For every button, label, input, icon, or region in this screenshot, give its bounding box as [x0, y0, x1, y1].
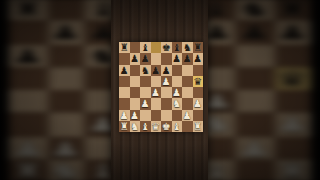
square-a1: ♜	[9, 159, 47, 180]
piece-black-pawn: ♟	[276, 21, 308, 44]
square-a6[interactable]: ♟	[119, 65, 130, 76]
piece-black-rook[interactable]: ♜	[120, 42, 129, 53]
piece-white-bishop[interactable]: ♝	[141, 121, 150, 132]
piece-black-queen[interactable]: ♛	[193, 76, 202, 87]
square-b8[interactable]	[130, 42, 141, 53]
square-c7[interactable]: ♟	[140, 53, 151, 64]
square-e1[interactable]: ♚	[161, 121, 172, 132]
square-g2[interactable]: ♟	[182, 110, 193, 121]
square-d5[interactable]	[151, 76, 162, 87]
piece-black-pawn: ♟	[49, 21, 81, 44]
square-b4	[47, 90, 85, 113]
square-a2[interactable]: ♟	[119, 110, 130, 121]
square-g6[interactable]	[182, 65, 193, 76]
square-g8[interactable]: ♞	[182, 42, 193, 53]
piece-white-rook[interactable]: ♜	[120, 121, 129, 132]
square-f6[interactable]	[172, 65, 183, 76]
square-d4[interactable]: ♟	[151, 87, 162, 98]
piece-white-pawn[interactable]: ♟	[151, 87, 160, 98]
square-a7[interactable]	[119, 53, 130, 64]
square-g7[interactable]: ♟	[182, 53, 193, 64]
piece-black-knight[interactable]: ♞	[141, 65, 150, 76]
square-h5[interactable]: ♛	[193, 76, 204, 87]
square-g7: ♟	[236, 21, 274, 44]
square-a6: ♟	[9, 44, 47, 67]
square-g5	[236, 67, 274, 90]
piece-black-pawn[interactable]: ♟	[183, 53, 192, 64]
square-f2[interactable]	[172, 110, 183, 121]
square-b1[interactable]: ♞	[130, 121, 141, 132]
square-c8[interactable]: ♝	[140, 42, 151, 53]
square-g3[interactable]	[182, 98, 193, 109]
square-h3[interactable]: ♟	[193, 98, 204, 109]
square-g1[interactable]	[182, 121, 193, 132]
square-g5[interactable]	[182, 76, 193, 87]
square-f3[interactable]: ♞	[172, 98, 183, 109]
square-d2[interactable]	[151, 110, 162, 121]
square-c2[interactable]	[140, 110, 151, 121]
square-d6[interactable]: ♟	[151, 65, 162, 76]
square-f7[interactable]: ♟	[172, 53, 183, 64]
square-b7[interactable]: ♟	[130, 53, 141, 64]
square-g8: ♞	[236, 0, 274, 21]
piece-white-pawn: ♟	[49, 136, 81, 159]
piece-white-pawn[interactable]: ♟	[172, 87, 181, 98]
piece-white-queen[interactable]: ♛	[151, 121, 160, 132]
square-b1: ♞	[47, 159, 85, 180]
square-b7: ♟	[47, 21, 85, 44]
square-c1[interactable]: ♝	[140, 121, 151, 132]
square-d3[interactable]	[151, 98, 162, 109]
square-h2[interactable]	[193, 110, 204, 121]
square-h1: ♜	[273, 159, 311, 180]
square-c3[interactable]: ♟	[140, 98, 151, 109]
piece-black-pawn: ♟	[12, 44, 44, 67]
piece-black-pawn[interactable]: ♟	[193, 53, 202, 64]
square-f8[interactable]: ♝	[172, 42, 183, 53]
piece-white-bishop[interactable]: ♝	[172, 121, 181, 132]
square-f4[interactable]: ♟	[172, 87, 183, 98]
square-b5	[47, 67, 85, 90]
square-d7[interactable]	[151, 53, 162, 64]
square-h3: ♟	[273, 113, 311, 136]
square-e6[interactable]: ♟	[161, 65, 172, 76]
piece-white-king[interactable]: ♚	[162, 121, 171, 132]
square-b6[interactable]	[130, 65, 141, 76]
piece-black-pawn[interactable]: ♟	[172, 53, 181, 64]
square-h5: ♛	[273, 67, 311, 90]
square-b3	[47, 113, 85, 136]
piece-white-pawn: ♟	[12, 136, 44, 159]
piece-black-pawn[interactable]: ♟	[141, 53, 150, 64]
square-h1[interactable]: ♜	[193, 121, 204, 132]
square-b5[interactable]	[130, 76, 141, 87]
square-e3[interactable]	[161, 98, 172, 109]
square-f5[interactable]	[172, 76, 183, 87]
square-e2[interactable]	[161, 110, 172, 121]
piece-black-bishop[interactable]: ♝	[141, 42, 150, 53]
square-h4[interactable]	[193, 87, 204, 98]
square-d1[interactable]: ♛	[151, 121, 162, 132]
piece-white-pawn[interactable]: ♟	[130, 110, 139, 121]
chess-board-grid[interactable]: ♜♝♚♝♞♜♟♟♟♟♟♟♞♟♟♟♛♟♟♟♞♟♟♟♟♜♞♝♛♚♝♜	[119, 42, 203, 132]
square-a7	[9, 21, 47, 44]
square-h2	[273, 136, 311, 159]
square-g1	[236, 159, 274, 180]
square-g4[interactable]	[182, 87, 193, 98]
square-g4	[236, 90, 274, 113]
chess-board[interactable]: ♜♝♚♝♞♜♟♟♟♟♟♟♞♟♟♟♛♟♟♟♞♟♟♟♟♜♞♝♛♚♝♜	[119, 42, 203, 132]
square-a5[interactable]	[119, 76, 130, 87]
square-d8[interactable]	[151, 42, 162, 53]
piece-black-rook[interactable]: ♜	[193, 42, 202, 53]
piece-white-rook[interactable]: ♜	[193, 121, 202, 132]
square-h6	[273, 44, 311, 67]
piece-black-pawn[interactable]: ♟	[151, 65, 160, 76]
square-c6[interactable]: ♞	[140, 65, 151, 76]
square-a8: ♜	[9, 0, 47, 21]
square-c4[interactable]	[140, 87, 151, 98]
piece-white-pawn[interactable]: ♟	[193, 98, 202, 109]
piece-white-knight: ♞	[49, 159, 81, 180]
square-c5[interactable]	[140, 76, 151, 87]
square-a3	[9, 113, 47, 136]
piece-white-pawn[interactable]: ♟	[120, 110, 129, 121]
square-e5[interactable]: ♟	[161, 76, 172, 87]
square-g6	[236, 44, 274, 67]
square-h8: ♜	[273, 0, 311, 21]
square-a1[interactable]: ♜	[119, 121, 130, 132]
square-e8[interactable]: ♚	[161, 42, 172, 53]
piece-black-pawn: ♟	[238, 21, 270, 44]
piece-white-pawn: ♟	[238, 136, 270, 159]
square-h7: ♟	[273, 21, 311, 44]
square-g2: ♟	[236, 136, 274, 159]
piece-white-pawn[interactable]: ♟	[141, 98, 150, 109]
piece-white-knight[interactable]: ♞	[172, 98, 181, 109]
square-h8[interactable]: ♜	[193, 42, 204, 53]
square-h7[interactable]: ♟	[193, 53, 204, 64]
piece-black-rook: ♜	[12, 0, 44, 21]
square-b8	[47, 0, 85, 21]
piece-black-knight: ♞	[238, 0, 270, 21]
piece-black-rook: ♜	[276, 0, 308, 21]
square-h6[interactable]	[193, 65, 204, 76]
piece-white-pawn: ♟	[276, 113, 308, 136]
square-b3[interactable]	[130, 98, 141, 109]
square-e4[interactable]	[161, 87, 172, 98]
square-b6	[47, 44, 85, 67]
piece-black-pawn[interactable]: ♟	[130, 53, 139, 64]
square-a2: ♟	[9, 136, 47, 159]
piece-white-rook: ♜	[12, 159, 44, 180]
piece-white-rook: ♜	[276, 159, 308, 180]
square-a4	[9, 90, 47, 113]
square-a5	[9, 67, 47, 90]
video-area: ♜♝♚♝♞♜♟♟♟♟♟♟♞♟♟♟♛♟♟♟♞♟♟♟♟♜♞♝♛♚♝♜	[111, 0, 208, 180]
square-h4	[273, 90, 311, 113]
square-b2[interactable]: ♟	[130, 110, 141, 121]
piece-white-knight[interactable]: ♞	[130, 121, 139, 132]
piece-black-pawn[interactable]: ♟	[120, 65, 129, 76]
square-e7[interactable]	[161, 53, 172, 64]
piece-black-knight[interactable]: ♞	[183, 42, 192, 53]
piece-black-king[interactable]: ♚	[162, 42, 171, 53]
piece-black-pawn[interactable]: ♟	[162, 65, 171, 76]
square-b4[interactable]	[130, 87, 141, 98]
piece-white-pawn[interactable]: ♟	[183, 110, 192, 121]
piece-white-pawn[interactable]: ♟	[162, 76, 171, 87]
square-a8[interactable]: ♜	[119, 42, 130, 53]
square-g3	[236, 113, 274, 136]
square-a3[interactable]	[119, 98, 130, 109]
square-f1[interactable]: ♝	[172, 121, 183, 132]
shorts-frame: ♜♝♚♝♞♜♟♟♟♟♟♟♞♟♟♟♛♟♟♟♞♟♟♟♟♜♞♝♛♚♝♜ ♜♝♚♝♞♜♟…	[0, 0, 320, 180]
piece-black-bishop[interactable]: ♝	[172, 42, 181, 53]
piece-black-queen: ♛	[276, 67, 308, 90]
square-a4[interactable]	[119, 87, 130, 98]
square-b2: ♟	[47, 136, 85, 159]
